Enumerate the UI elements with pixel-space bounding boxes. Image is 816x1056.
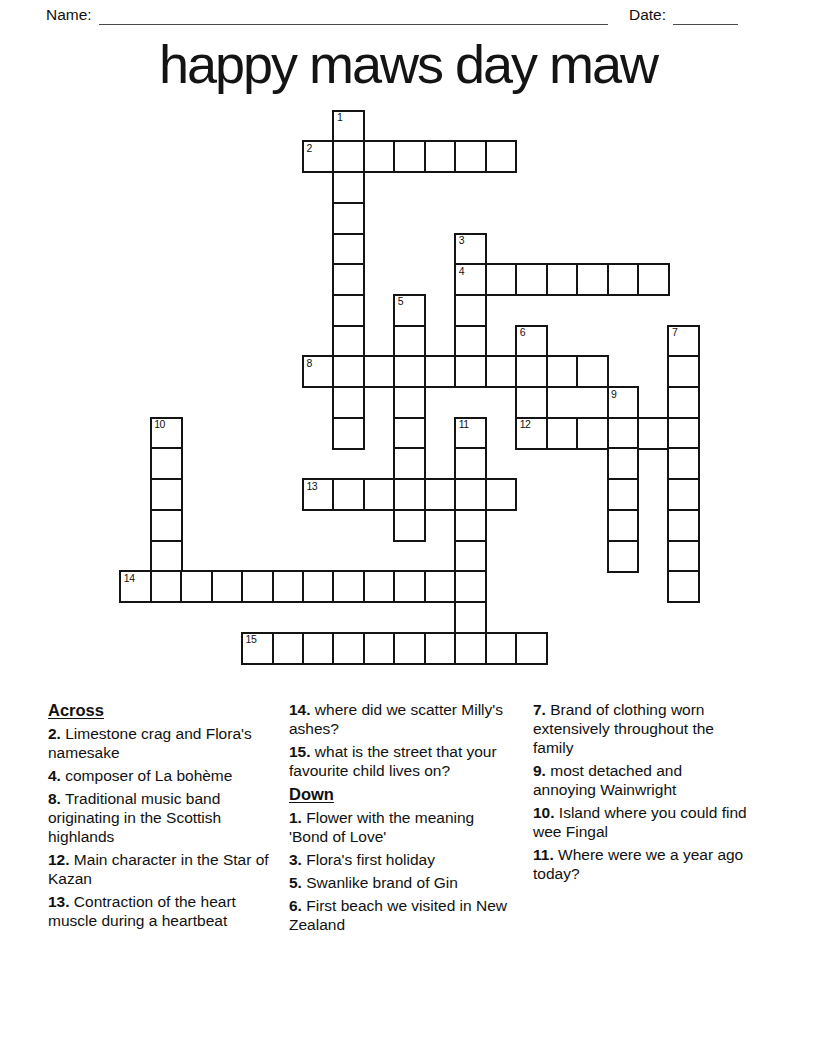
grid-cell-r11c18[interactable]	[667, 447, 700, 480]
grid-cell-r15c4[interactable]	[241, 570, 274, 603]
clue-11: 11. Where were we a year ago today?	[533, 845, 748, 883]
grid-cell-r15c5[interactable]	[272, 570, 305, 603]
grid-cell-r17c7[interactable]	[332, 632, 365, 665]
grid-cell-r8c10[interactable]	[424, 355, 457, 388]
clue-number: 10.	[533, 804, 555, 821]
cell-number: 14	[124, 573, 135, 584]
grid-cell-r7c13[interactable]: 6	[515, 325, 548, 358]
grid-cell-r5c7[interactable]	[332, 263, 365, 296]
grid-cell-r3c7[interactable]	[332, 202, 365, 235]
grid-cell-r8c14[interactable]	[546, 355, 579, 388]
cell-number: 11	[459, 419, 469, 430]
clue-column-2: 14. where did we scatter Milly's ashes?1…	[289, 700, 513, 938]
cell-number: 3	[459, 235, 464, 246]
grid-cell-r5c14[interactable]	[546, 263, 579, 296]
grid-cell-r17c4[interactable]: 15	[241, 632, 274, 665]
cell-number: 8	[307, 358, 312, 369]
grid-cell-r11c16[interactable]	[607, 447, 640, 480]
grid-cell-r13c1[interactable]	[150, 509, 183, 542]
grid-cell-r15c6[interactable]	[302, 570, 335, 603]
grid-cell-r12c18[interactable]	[667, 478, 700, 511]
grid-cell-r7c9[interactable]	[393, 325, 426, 358]
cell-number: 12	[520, 419, 531, 430]
grid-cell-r15c0[interactable]: 14	[119, 570, 152, 603]
grid-cell-r12c12[interactable]	[485, 478, 518, 511]
grid-cell-r6c7[interactable]	[332, 294, 365, 327]
grid-cell-r15c2[interactable]	[180, 570, 213, 603]
clue-number: 14.	[289, 701, 311, 718]
cell-number: 7	[672, 327, 677, 338]
clue-number: 12.	[48, 851, 70, 868]
grid-cell-r8c6[interactable]: 8	[302, 355, 335, 388]
grid-cell-r17c6[interactable]	[302, 632, 335, 665]
grid-cell-r8c13[interactable]	[515, 355, 548, 388]
grid-cell-r5c15[interactable]	[576, 263, 609, 296]
grid-cell-r4c7[interactable]	[332, 233, 365, 266]
grid-cell-r1c8[interactable]	[363, 140, 396, 173]
clue-5: 5. Swanlike brand of Gin	[289, 873, 513, 892]
grid-cell-r17c11[interactable]	[454, 632, 487, 665]
grid-cell-r15c9[interactable]	[393, 570, 426, 603]
grid-cell-r8c18[interactable]	[667, 355, 700, 388]
grid-cell-r1c9[interactable]	[393, 140, 426, 173]
clue-13: 13. Contraction of the heart muscle duri…	[48, 892, 274, 930]
grid-cell-r12c11[interactable]	[454, 478, 487, 511]
grid-cell-r10c11[interactable]: 11	[454, 417, 487, 450]
grid-cell-r13c9[interactable]	[393, 509, 426, 542]
name-label: Name:	[46, 6, 92, 23]
date-input-line[interactable]	[673, 6, 738, 25]
grid-cell-r12c6[interactable]: 13	[302, 478, 335, 511]
grid-cell-r17c10[interactable]	[424, 632, 457, 665]
grid-cell-r10c18[interactable]	[667, 417, 700, 450]
clue-number: 1.	[289, 809, 302, 826]
cell-number: 15	[246, 634, 257, 645]
grid-cell-r16c11[interactable]	[454, 601, 487, 634]
grid-cell-r8c7[interactable]	[332, 355, 365, 388]
grid-cell-r17c8[interactable]	[363, 632, 396, 665]
clue-1: 1. Flower with the meaning 'Bond of Love…	[289, 808, 513, 846]
grid-cell-r5c11[interactable]: 4	[454, 263, 487, 296]
clue-8: 8. Traditional music band originating in…	[48, 789, 274, 846]
clue-number: 6.	[289, 897, 302, 914]
grid-cell-r9c9[interactable]	[393, 386, 426, 419]
clue-4: 4. composer of La bohème	[48, 766, 274, 785]
cell-number: 2	[307, 143, 312, 154]
clue-number: 11.	[533, 846, 554, 863]
grid-cell-r12c1[interactable]	[150, 478, 183, 511]
grid-cell-r0c7[interactable]: 1	[332, 110, 365, 143]
grid-cell-r9c16[interactable]: 9	[607, 386, 640, 419]
grid-cell-r12c8[interactable]	[363, 478, 396, 511]
grid-cell-r5c17[interactable]	[637, 263, 670, 296]
grid-cell-r5c13[interactable]	[515, 263, 548, 296]
grid-cell-r13c11[interactable]	[454, 509, 487, 542]
clue-number: 2.	[48, 725, 61, 742]
cell-number: 6	[520, 327, 525, 338]
grid-cell-r15c8[interactable]	[363, 570, 396, 603]
cell-number: 9	[611, 389, 616, 400]
clue-number: 15.	[289, 743, 311, 760]
clue-number: 8.	[48, 790, 61, 807]
grid-cell-r15c18[interactable]	[667, 570, 700, 603]
clue-number: 9.	[533, 762, 546, 779]
grid-cell-r12c7[interactable]	[332, 478, 365, 511]
cell-number: 13	[307, 481, 318, 492]
cell-number: 4	[459, 266, 464, 277]
grid-cell-r15c10[interactable]	[424, 570, 457, 603]
grid-cell-r12c9[interactable]	[393, 478, 426, 511]
grid-cell-r14c1[interactable]	[150, 540, 183, 573]
grid-cell-r10c17[interactable]	[637, 417, 670, 450]
cell-number: 5	[398, 296, 403, 307]
grid-cell-r10c1[interactable]: 10	[150, 417, 183, 450]
clue-3: 3. Flora's first holiday	[289, 850, 513, 869]
grid-cell-r11c11[interactable]	[454, 447, 487, 480]
grid-cell-r10c14[interactable]	[546, 417, 579, 450]
grid-cell-r14c18[interactable]	[667, 540, 700, 573]
grid-cell-r1c12[interactable]	[485, 140, 518, 173]
grid-cell-r10c13[interactable]: 12	[515, 417, 548, 450]
cell-number: 10	[154, 419, 165, 430]
grid-cell-r15c11[interactable]	[454, 570, 487, 603]
grid-cell-r8c12[interactable]	[485, 355, 518, 388]
grid-cell-r11c1[interactable]	[150, 447, 183, 480]
grid-cell-r6c9[interactable]: 5	[393, 294, 426, 327]
grid-cell-r9c7[interactable]	[332, 386, 365, 419]
grid-cell-r17c9[interactable]	[393, 632, 426, 665]
grid-cell-r7c7[interactable]	[332, 325, 365, 358]
grid-cell-r13c18[interactable]	[667, 509, 700, 542]
grid-cell-r7c18[interactable]: 7	[667, 325, 700, 358]
grid-cell-r15c1[interactable]	[150, 570, 183, 603]
grid-cell-r11c9[interactable]	[393, 447, 426, 480]
grid-cell-r7c11[interactable]	[454, 325, 487, 358]
clue-list-heading-across: Across	[48, 700, 274, 720]
grid-cell-r10c15[interactable]	[576, 417, 609, 450]
grid-cell-r8c15[interactable]	[576, 355, 609, 388]
clue-number: 13.	[48, 893, 70, 910]
grid-cell-r15c7[interactable]	[332, 570, 365, 603]
clue-number: 7.	[533, 701, 546, 718]
grid-cell-r10c16[interactable]	[607, 417, 640, 450]
grid-cell-r17c12[interactable]	[485, 632, 518, 665]
clue-number: 3.	[289, 851, 302, 868]
grid-cell-r5c12[interactable]	[485, 263, 518, 296]
cell-number: 1	[337, 112, 342, 123]
grid-cell-r10c7[interactable]	[332, 417, 365, 450]
grid-cell-r1c7[interactable]	[332, 140, 365, 173]
clue-2: 2. Limestone crag and Flora's namesake	[48, 724, 274, 762]
grid-cell-r4c11[interactable]: 3	[454, 233, 487, 266]
clue-15: 15. what is the street that your favouri…	[289, 742, 513, 780]
grid-cell-r12c16[interactable]	[607, 478, 640, 511]
clue-list-heading-down: Down	[289, 784, 513, 804]
grid-cell-r1c10[interactable]	[424, 140, 457, 173]
grid-cell-r5c16[interactable]	[607, 263, 640, 296]
grid-cell-r6c11[interactable]	[454, 294, 487, 327]
grid-cell-r15c3[interactable]	[211, 570, 244, 603]
grid-cell-r8c9[interactable]	[393, 355, 426, 388]
grid-cell-r10c9[interactable]	[393, 417, 426, 450]
clue-10: 10. Island where you could find wee Fing…	[533, 803, 748, 841]
date-label: Date:	[629, 6, 666, 23]
grid-cell-r9c13[interactable]	[515, 386, 548, 419]
grid-cell-r14c16[interactable]	[607, 540, 640, 573]
page-title: happy maws day maw	[0, 36, 816, 93]
grid-cell-r13c16[interactable]	[607, 509, 640, 542]
grid-cell-r17c13[interactable]	[515, 632, 548, 665]
clue-9: 9. most detached and annoying Wainwright	[533, 761, 748, 799]
grid-cell-r8c8[interactable]	[363, 355, 396, 388]
grid-cell-r12c10[interactable]	[424, 478, 457, 511]
clue-6: 6. First beach we visited in New Zealand	[289, 896, 513, 934]
grid-cell-r1c11[interactable]	[454, 140, 487, 173]
clue-14: 14. where did we scatter Milly's ashes?	[289, 700, 513, 738]
name-input-line[interactable]	[99, 6, 608, 25]
clue-number: 4.	[48, 767, 61, 784]
clue-number: 5.	[289, 874, 302, 891]
grid-cell-r14c11[interactable]	[454, 540, 487, 573]
clue-column-1: Across2. Limestone crag and Flora's name…	[48, 700, 274, 934]
clue-12: 12. Main character in the Star of Kazan	[48, 850, 274, 888]
grid-cell-r17c5[interactable]	[272, 632, 305, 665]
grid-cell-r8c11[interactable]	[454, 355, 487, 388]
grid-cell-r1c6[interactable]: 2	[302, 140, 335, 173]
clue-column-3: 7. Brand of clothing worn extensively th…	[533, 700, 748, 887]
clue-7: 7. Brand of clothing worn extensively th…	[533, 700, 748, 757]
grid-cell-r9c18[interactable]	[667, 386, 700, 419]
grid-cell-r2c7[interactable]	[332, 171, 365, 204]
